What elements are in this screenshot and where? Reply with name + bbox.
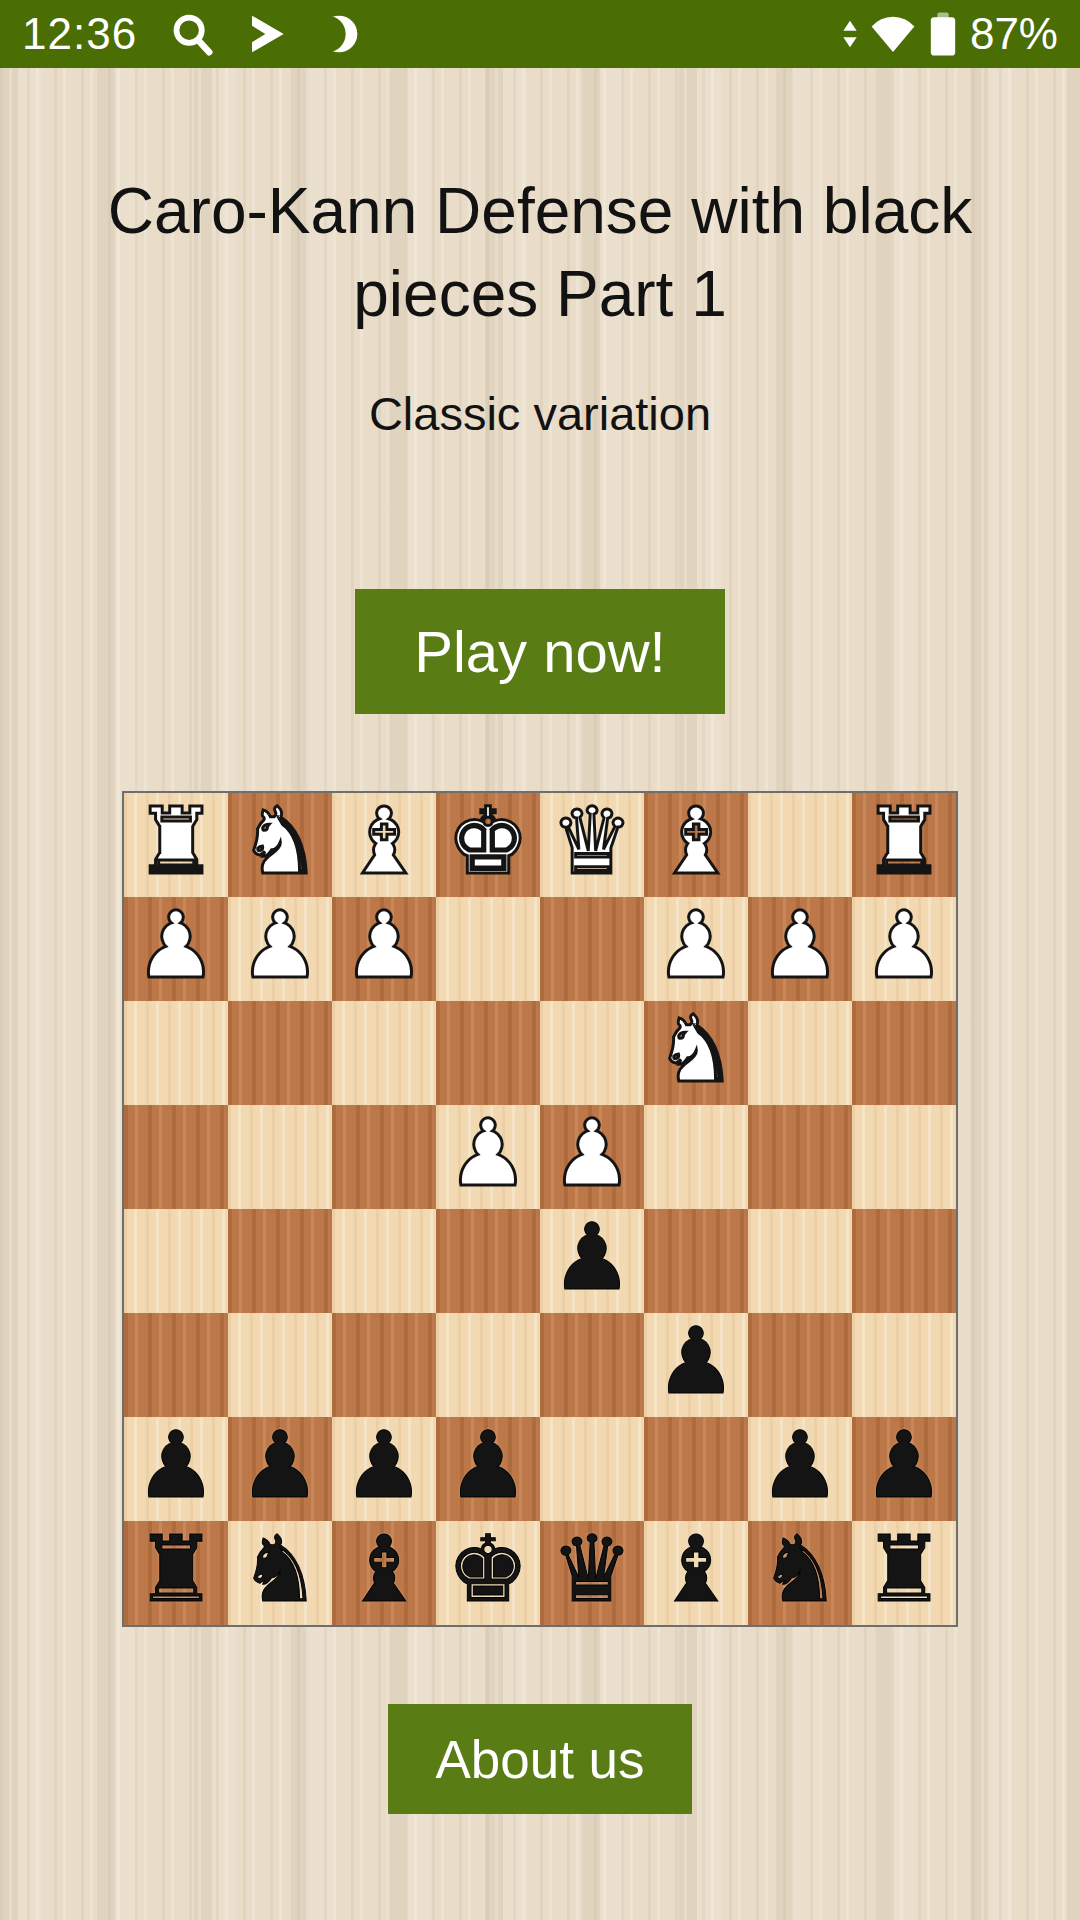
square-a3 xyxy=(852,1001,956,1105)
piece-black-pawn: ♟ xyxy=(863,1414,945,1518)
square-f1: ♝ xyxy=(332,793,436,897)
square-h3 xyxy=(124,1001,228,1105)
piece-black-pawn: ♟ xyxy=(655,1310,737,1414)
piece-black-pawn: ♟ xyxy=(447,1414,529,1518)
square-f4 xyxy=(332,1105,436,1209)
piece-white-bishop: ♝ xyxy=(343,790,425,894)
wifi-icon xyxy=(870,15,916,53)
piece-black-pawn: ♟ xyxy=(135,1414,217,1518)
status-bar-right: 87% xyxy=(830,9,1058,59)
clock: 12:36 xyxy=(22,9,137,59)
square-f3 xyxy=(332,1001,436,1105)
square-g4 xyxy=(228,1105,332,1209)
square-a1: ♜ xyxy=(852,793,956,897)
square-g5 xyxy=(228,1209,332,1313)
piece-white-rook: ♜ xyxy=(135,790,217,894)
square-b2: ♟ xyxy=(748,897,852,1001)
piece-white-pawn: ♟ xyxy=(135,894,217,998)
square-d5: ♟ xyxy=(540,1209,644,1313)
chess-board[interactable]: ♜♞♝♚♛♝♜♟♟♟♟♟♟♞♟♟♟♟♟♟♟♟♟♟♜♞♝♚♛♝♞♜ xyxy=(122,791,958,1627)
piece-white-pawn: ♟ xyxy=(343,894,425,998)
square-g8: ♞ xyxy=(228,1521,332,1625)
piece-white-knight: ♞ xyxy=(239,790,321,894)
piece-black-king: ♚ xyxy=(447,1518,529,1622)
play-now-button[interactable]: Play now! xyxy=(355,589,725,714)
square-c4 xyxy=(644,1105,748,1209)
square-h8: ♜ xyxy=(124,1521,228,1625)
square-c6: ♟ xyxy=(644,1313,748,1417)
piece-white-pawn: ♟ xyxy=(759,894,841,998)
square-g6 xyxy=(228,1313,332,1417)
piece-black-bishop: ♝ xyxy=(343,1518,425,1622)
battery-percent: 87% xyxy=(970,9,1058,59)
square-f6 xyxy=(332,1313,436,1417)
piece-black-bishop: ♝ xyxy=(655,1518,737,1622)
square-d1: ♛ xyxy=(540,793,644,897)
square-d8: ♛ xyxy=(540,1521,644,1625)
square-h6 xyxy=(124,1313,228,1417)
square-b8: ♞ xyxy=(748,1521,852,1625)
status-bar-left: 12:36 xyxy=(22,9,391,59)
piece-black-queen: ♛ xyxy=(551,1518,633,1622)
piece-black-pawn: ♟ xyxy=(551,1206,633,1310)
square-e7: ♟ xyxy=(436,1417,540,1521)
piece-white-knight: ♞ xyxy=(655,998,737,1102)
square-e1: ♚ xyxy=(436,793,540,897)
piece-black-pawn: ♟ xyxy=(759,1414,841,1518)
square-h5 xyxy=(124,1209,228,1313)
square-g3 xyxy=(228,1001,332,1105)
piece-black-pawn: ♟ xyxy=(239,1414,321,1518)
square-d3 xyxy=(540,1001,644,1105)
piece-black-pawn: ♟ xyxy=(343,1414,425,1518)
square-f2: ♟ xyxy=(332,897,436,1001)
square-c8: ♝ xyxy=(644,1521,748,1625)
piece-white-pawn: ♟ xyxy=(551,1102,633,1206)
square-e3 xyxy=(436,1001,540,1105)
square-d6 xyxy=(540,1313,644,1417)
main-content: Caro-Kann Defense with black pieces Part… xyxy=(0,170,1080,1814)
about-us-button[interactable]: About us xyxy=(388,1704,692,1814)
page-title: Caro-Kann Defense with black pieces Part… xyxy=(50,170,1030,336)
square-a4 xyxy=(852,1105,956,1209)
square-f7: ♟ xyxy=(332,1417,436,1521)
piece-black-rook: ♜ xyxy=(135,1518,217,1622)
piece-white-queen: ♛ xyxy=(551,790,633,894)
do-not-disturb-moon-icon xyxy=(319,12,359,56)
battery-icon xyxy=(928,11,958,57)
square-h1: ♜ xyxy=(124,793,228,897)
square-e2 xyxy=(436,897,540,1001)
square-h4 xyxy=(124,1105,228,1209)
app-screen: 12:36 xyxy=(0,0,1080,1920)
square-g1: ♞ xyxy=(228,793,332,897)
square-a5 xyxy=(852,1209,956,1313)
search-icon xyxy=(169,11,215,57)
status-bar: 12:36 xyxy=(0,0,1080,68)
square-h2: ♟ xyxy=(124,897,228,1001)
piece-white-pawn: ♟ xyxy=(447,1102,529,1206)
square-d4: ♟ xyxy=(540,1105,644,1209)
square-b7: ♟ xyxy=(748,1417,852,1521)
network-arrows-icon xyxy=(842,13,858,55)
square-c2: ♟ xyxy=(644,897,748,1001)
piece-white-pawn: ♟ xyxy=(863,894,945,998)
square-c7 xyxy=(644,1417,748,1521)
square-e6 xyxy=(436,1313,540,1417)
page-subtitle: Classic variation xyxy=(0,386,1080,441)
square-c5 xyxy=(644,1209,748,1313)
piece-black-rook: ♜ xyxy=(863,1518,945,1622)
square-d7 xyxy=(540,1417,644,1521)
square-c3: ♞ xyxy=(644,1001,748,1105)
square-a6 xyxy=(852,1313,956,1417)
square-h7: ♟ xyxy=(124,1417,228,1521)
square-b4 xyxy=(748,1105,852,1209)
piece-black-knight: ♞ xyxy=(759,1518,841,1622)
square-f5 xyxy=(332,1209,436,1313)
square-b1 xyxy=(748,793,852,897)
square-d2 xyxy=(540,897,644,1001)
piece-white-rook: ♜ xyxy=(863,790,945,894)
square-e4: ♟ xyxy=(436,1105,540,1209)
play-store-icon xyxy=(247,12,287,56)
square-e5 xyxy=(436,1209,540,1313)
square-a2: ♟ xyxy=(852,897,956,1001)
piece-white-pawn: ♟ xyxy=(239,894,321,998)
square-e8: ♚ xyxy=(436,1521,540,1625)
square-b6 xyxy=(748,1313,852,1417)
square-a8: ♜ xyxy=(852,1521,956,1625)
square-g2: ♟ xyxy=(228,897,332,1001)
square-b3 xyxy=(748,1001,852,1105)
piece-white-pawn: ♟ xyxy=(655,894,737,998)
piece-white-bishop: ♝ xyxy=(655,790,737,894)
piece-white-king: ♚ xyxy=(447,790,529,894)
square-g7: ♟ xyxy=(228,1417,332,1521)
square-f8: ♝ xyxy=(332,1521,436,1625)
square-a7: ♟ xyxy=(852,1417,956,1521)
square-b5 xyxy=(748,1209,852,1313)
square-c1: ♝ xyxy=(644,793,748,897)
piece-black-knight: ♞ xyxy=(239,1518,321,1622)
